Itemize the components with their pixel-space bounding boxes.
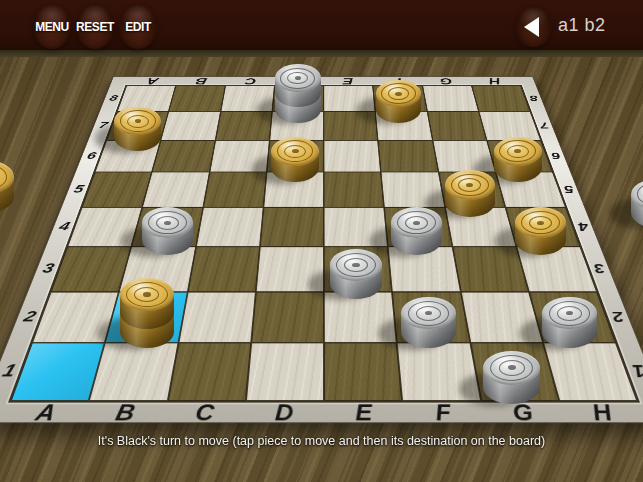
file-label-bottom-f: F	[412, 402, 476, 424]
back-arrow-icon	[524, 17, 539, 37]
file-label-bottom-h: H	[568, 402, 636, 424]
piece-groove	[0, 164, 7, 190]
status-text: It's Black's turn to move (tap piece to …	[0, 434, 643, 448]
piece-gold-h6[interactable]	[494, 137, 542, 182]
file-label-bottom-b: B	[92, 402, 158, 424]
square-e5[interactable]	[324, 172, 385, 207]
piece-groove	[537, 221, 544, 225]
piece-gold-h4[interactable]	[515, 207, 566, 255]
square-a5[interactable]	[82, 172, 152, 207]
file-label-bottom-a: A	[12, 402, 80, 424]
piece-silver-e3[interactable]	[330, 249, 383, 299]
last-move-label: a1 b2	[558, 15, 606, 36]
piece-gold-d6[interactable]	[271, 137, 319, 182]
square-b8[interactable]	[169, 85, 225, 111]
piece-gold-b2-king[interactable]	[120, 278, 175, 348]
piece-gold-g5[interactable]	[445, 170, 495, 217]
file-label-top-g: G	[426, 77, 465, 85]
piece-groove	[395, 92, 401, 96]
piece-top-face	[494, 137, 542, 166]
piece-groove	[508, 365, 516, 370]
piece-top-face	[142, 207, 193, 238]
piece-top-face	[401, 297, 456, 330]
square-f6[interactable]	[378, 140, 438, 172]
square-e1[interactable]	[324, 342, 402, 400]
piece-top-face	[542, 297, 597, 330]
piece-gold-f8[interactable]	[376, 80, 422, 123]
piece-top-face	[483, 351, 540, 385]
piece-top-face	[120, 278, 175, 311]
square-d1[interactable]	[246, 342, 324, 400]
piece-groove	[352, 263, 359, 267]
square-d4[interactable]	[260, 207, 324, 247]
file-label-top-e: E	[329, 77, 367, 85]
square-d2[interactable]	[251, 292, 324, 343]
piece-silver-g1[interactable]	[483, 351, 540, 404]
square-c4[interactable]	[196, 207, 264, 247]
square-b7[interactable]	[161, 111, 221, 140]
piece-groove	[164, 221, 171, 225]
rank-label-right-8: 8	[524, 94, 544, 102]
piece-top-face	[271, 137, 319, 166]
square-c2[interactable]	[178, 292, 256, 343]
square-g7[interactable]	[427, 111, 487, 140]
square-c1[interactable]	[167, 342, 251, 400]
edit-button[interactable]: EDIT	[119, 5, 157, 49]
square-g8[interactable]	[422, 85, 478, 111]
square-h7[interactable]	[479, 111, 541, 140]
menu-button[interactable]: MENU	[33, 5, 71, 49]
piece-groove	[143, 292, 151, 297]
table-piece-gold-left-edge[interactable]	[0, 160, 14, 213]
square-b1[interactable]	[89, 342, 178, 400]
piece-silver-b4[interactable]	[142, 207, 193, 255]
square-e6[interactable]	[324, 140, 381, 172]
square-h1[interactable]	[543, 342, 638, 400]
undo-back-button[interactable]	[515, 7, 552, 47]
square-c3[interactable]	[187, 247, 259, 292]
file-label-bottom-c: C	[172, 402, 236, 424]
piece-groove	[637, 182, 643, 206]
piece-silver-d8-king[interactable]	[275, 64, 321, 123]
piece-silver-f2[interactable]	[401, 297, 456, 348]
file-label-top-a: A	[132, 77, 172, 85]
top-toolbar: MENU RESET EDIT a1 b2	[0, 0, 643, 50]
piece-groove	[413, 221, 420, 225]
reset-button[interactable]: RESET	[76, 5, 114, 49]
square-h8[interactable]	[471, 85, 530, 111]
piece-top-face	[445, 170, 495, 200]
piece-top-face	[330, 249, 383, 281]
piece-silver-h2[interactable]	[542, 297, 597, 348]
piece-top-face	[391, 207, 442, 238]
file-label-top-c: C	[231, 77, 270, 85]
square-b6[interactable]	[152, 140, 215, 172]
piece-groove	[295, 76, 301, 80]
file-label-bottom-e: E	[333, 402, 395, 424]
table-edge	[0, 50, 643, 57]
piece-silver-f4[interactable]	[391, 207, 442, 255]
square-b5[interactable]	[142, 172, 209, 207]
table-piece-silver-right-edge[interactable]	[631, 179, 643, 228]
piece-top-face	[275, 64, 321, 92]
file-label-top-h: H	[475, 77, 515, 85]
file-label-bottom-d: D	[253, 402, 315, 424]
app-screen: AABBCCDDEEFFGGHH8877665544332211 MENU RE…	[0, 0, 643, 482]
piece-gold-a7[interactable]	[114, 107, 161, 151]
piece-top-face	[515, 207, 566, 238]
file-label-top-b: B	[182, 77, 221, 85]
